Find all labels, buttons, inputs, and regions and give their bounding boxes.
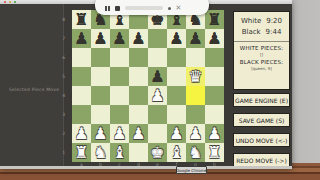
rank-label-6: 6	[56, 48, 68, 67]
screen-recording-toolbar: ✕	[95, 0, 209, 15]
black-captured-label: BLACK PIECES:	[234, 59, 289, 65]
square-e7[interactable]	[148, 29, 167, 48]
square-h6[interactable]	[205, 48, 224, 67]
panel-divider	[234, 41, 289, 42]
rank-label-8: 8	[56, 10, 68, 29]
piece-white-pawn: ♟	[93, 124, 107, 143]
square-b4[interactable]	[91, 86, 110, 105]
rank-labels: 87654321	[56, 10, 68, 162]
square-f1[interactable]: ♝	[167, 143, 186, 162]
square-b6[interactable]	[91, 48, 110, 67]
square-h1[interactable]: ♜	[205, 143, 224, 162]
square-b1[interactable]: ♞	[91, 143, 110, 162]
chess-board[interactable]: ♜♞♝♚♝♞♜♟♟♟♟♟♟♟♟♛♟♟♟♟♟♟♟♟♜♞♝♚♝♞♜	[72, 10, 224, 162]
square-d6[interactable]	[129, 48, 148, 67]
rank-label-1: 1	[56, 143, 68, 162]
square-d1[interactable]	[129, 143, 148, 162]
square-g1[interactable]: ♞	[186, 143, 205, 162]
zoom-window-icon	[14, 1, 16, 3]
pause-icon[interactable]	[105, 6, 110, 11]
square-d5[interactable]	[129, 67, 148, 86]
white-clock-time: 9:20	[266, 16, 282, 27]
piece-black-pawn: ♟	[188, 29, 202, 48]
square-h7[interactable]: ♟	[205, 29, 224, 48]
taskbar-app-label[interactable]: Google Chrome	[176, 166, 207, 174]
piece-white-pawn: ♟	[188, 124, 202, 143]
square-f5[interactable]	[167, 67, 186, 86]
rank-label-3: 3	[56, 105, 68, 124]
square-c4[interactable]	[110, 86, 129, 105]
square-a3[interactable]	[72, 105, 91, 124]
square-a1[interactable]: ♜	[72, 143, 91, 162]
black-clock: Black 9:44	[234, 27, 289, 38]
game-engine-button[interactable]: GAME ENGINE (E)	[233, 93, 290, 107]
square-g6[interactable]	[186, 48, 205, 67]
piece-black-pawn: ♟	[131, 29, 145, 48]
square-a5[interactable]	[72, 67, 91, 86]
square-d2[interactable]: ♟	[129, 124, 148, 143]
square-d7[interactable]: ♟	[129, 29, 148, 48]
black-captured-list: [queen, 9]	[234, 66, 289, 71]
rank-label-7: 7	[56, 29, 68, 48]
piece-white-pawn: ♟	[207, 124, 221, 143]
chess-app-window: Selected Piece Move 87654321 ♜♞♝♚♝♞♜♟♟♟♟…	[0, 0, 292, 168]
square-c1[interactable]: ♝	[110, 143, 129, 162]
piece-white-bishop: ♝	[169, 143, 183, 162]
square-a2[interactable]: ♟	[72, 124, 91, 143]
square-b7[interactable]: ♟	[91, 29, 110, 48]
desktop: Selected Piece Move 87654321 ♜♞♝♚♝♞♜♟♟♟♟…	[0, 0, 320, 180]
square-f2[interactable]: ♟	[167, 124, 186, 143]
square-b3[interactable]	[91, 105, 110, 124]
white-captured-label: WHITE PIECES:	[234, 45, 289, 51]
close-icon[interactable]: ✕	[176, 5, 182, 12]
selected-piece-label: Selected Piece Move	[9, 87, 59, 92]
traffic-light-buttons[interactable]	[4, 1, 16, 3]
close-window-icon	[4, 1, 6, 3]
camera-dot-icon	[168, 7, 171, 10]
piece-white-knight: ♞	[188, 143, 202, 162]
square-f3[interactable]	[167, 105, 186, 124]
square-a6[interactable]	[72, 48, 91, 67]
piece-white-pawn: ♟	[131, 124, 145, 143]
square-g3[interactable]	[186, 105, 205, 124]
rank-label-2: 2	[56, 124, 68, 143]
piece-white-pawn: ♟	[74, 124, 88, 143]
square-e4[interactable]: ♟	[148, 86, 167, 105]
square-h4[interactable]	[205, 86, 224, 105]
square-g5[interactable]: ♛	[186, 67, 205, 86]
piece-white-pawn: ♟	[112, 124, 126, 143]
piece-black-rook: ♜	[74, 10, 88, 29]
square-f4[interactable]	[167, 86, 186, 105]
black-clock-label: Black	[242, 27, 261, 38]
black-clock-time: 9:44	[266, 27, 282, 38]
white-clock-label: White	[241, 16, 261, 27]
square-a4[interactable]	[72, 86, 91, 105]
square-b5[interactable]	[91, 67, 110, 86]
piece-white-rook: ♜	[74, 143, 88, 162]
redo-move-button[interactable]: REDO MOVE (->)	[233, 153, 290, 167]
square-c3[interactable]	[110, 105, 129, 124]
square-c7[interactable]: ♟	[110, 29, 129, 48]
square-e1[interactable]: ♚	[148, 143, 167, 162]
square-f7[interactable]: ♟	[167, 29, 186, 48]
rank-label-5: 5	[56, 67, 68, 86]
piece-black-pawn: ♟	[169, 29, 183, 48]
square-c5[interactable]	[110, 67, 129, 86]
square-g7[interactable]: ♟	[186, 29, 205, 48]
square-a7[interactable]: ♟	[72, 29, 91, 48]
piece-black-pawn: ♟	[150, 67, 164, 86]
piece-black-rook: ♜	[207, 10, 221, 29]
white-captured-list: []	[234, 52, 289, 57]
piece-black-pawn: ♟	[74, 29, 88, 48]
piece-white-bishop: ♝	[112, 143, 126, 162]
square-e3[interactable]	[148, 105, 167, 124]
save-game-button[interactable]: SAVE GAME (S)	[233, 113, 290, 127]
piece-black-pawn: ♟	[207, 29, 221, 48]
piece-white-king: ♚	[150, 143, 164, 162]
moves-sidebar: Selected Piece Move	[0, 4, 64, 168]
stop-icon[interactable]	[115, 6, 120, 11]
undo-move-button[interactable]: UNDO MOVE (<-)	[233, 133, 290, 147]
square-b2[interactable]: ♟	[91, 124, 110, 143]
square-h2[interactable]: ♟	[205, 124, 224, 143]
square-g4[interactable]	[186, 86, 205, 105]
square-c6[interactable]	[110, 48, 129, 67]
piece-black-pawn: ♟	[93, 29, 107, 48]
square-h5[interactable]	[205, 67, 224, 86]
piece-black-pawn: ♟	[112, 29, 126, 48]
game-info-panel: White 9:20 Black 9:44 WHITE PIECES: [] B…	[233, 11, 290, 90]
square-g2[interactable]: ♟	[186, 124, 205, 143]
piece-white-pawn: ♟	[169, 124, 183, 143]
white-clock: White 9:20	[234, 16, 289, 27]
square-f6[interactable]	[167, 48, 186, 67]
square-e6[interactable]	[148, 48, 167, 67]
minimize-window-icon	[9, 1, 11, 3]
piece-white-pawn: ♟	[150, 86, 164, 105]
piece-white-knight: ♞	[93, 143, 107, 162]
square-c2[interactable]: ♟	[110, 124, 129, 143]
square-a8[interactable]: ♜	[72, 10, 91, 29]
square-h8[interactable]: ♜	[205, 10, 224, 29]
square-e2[interactable]	[148, 124, 167, 143]
piece-white-queen: ♛	[188, 67, 202, 86]
piece-white-rook: ♜	[207, 143, 221, 162]
square-e5[interactable]: ♟	[148, 67, 167, 86]
square-d4[interactable]	[129, 86, 148, 105]
square-d3[interactable]	[129, 105, 148, 124]
recording-progress-bar	[125, 6, 163, 10]
square-h3[interactable]	[205, 105, 224, 124]
rank-label-4: 4	[56, 86, 68, 105]
window-bottom-edge	[0, 166, 292, 169]
